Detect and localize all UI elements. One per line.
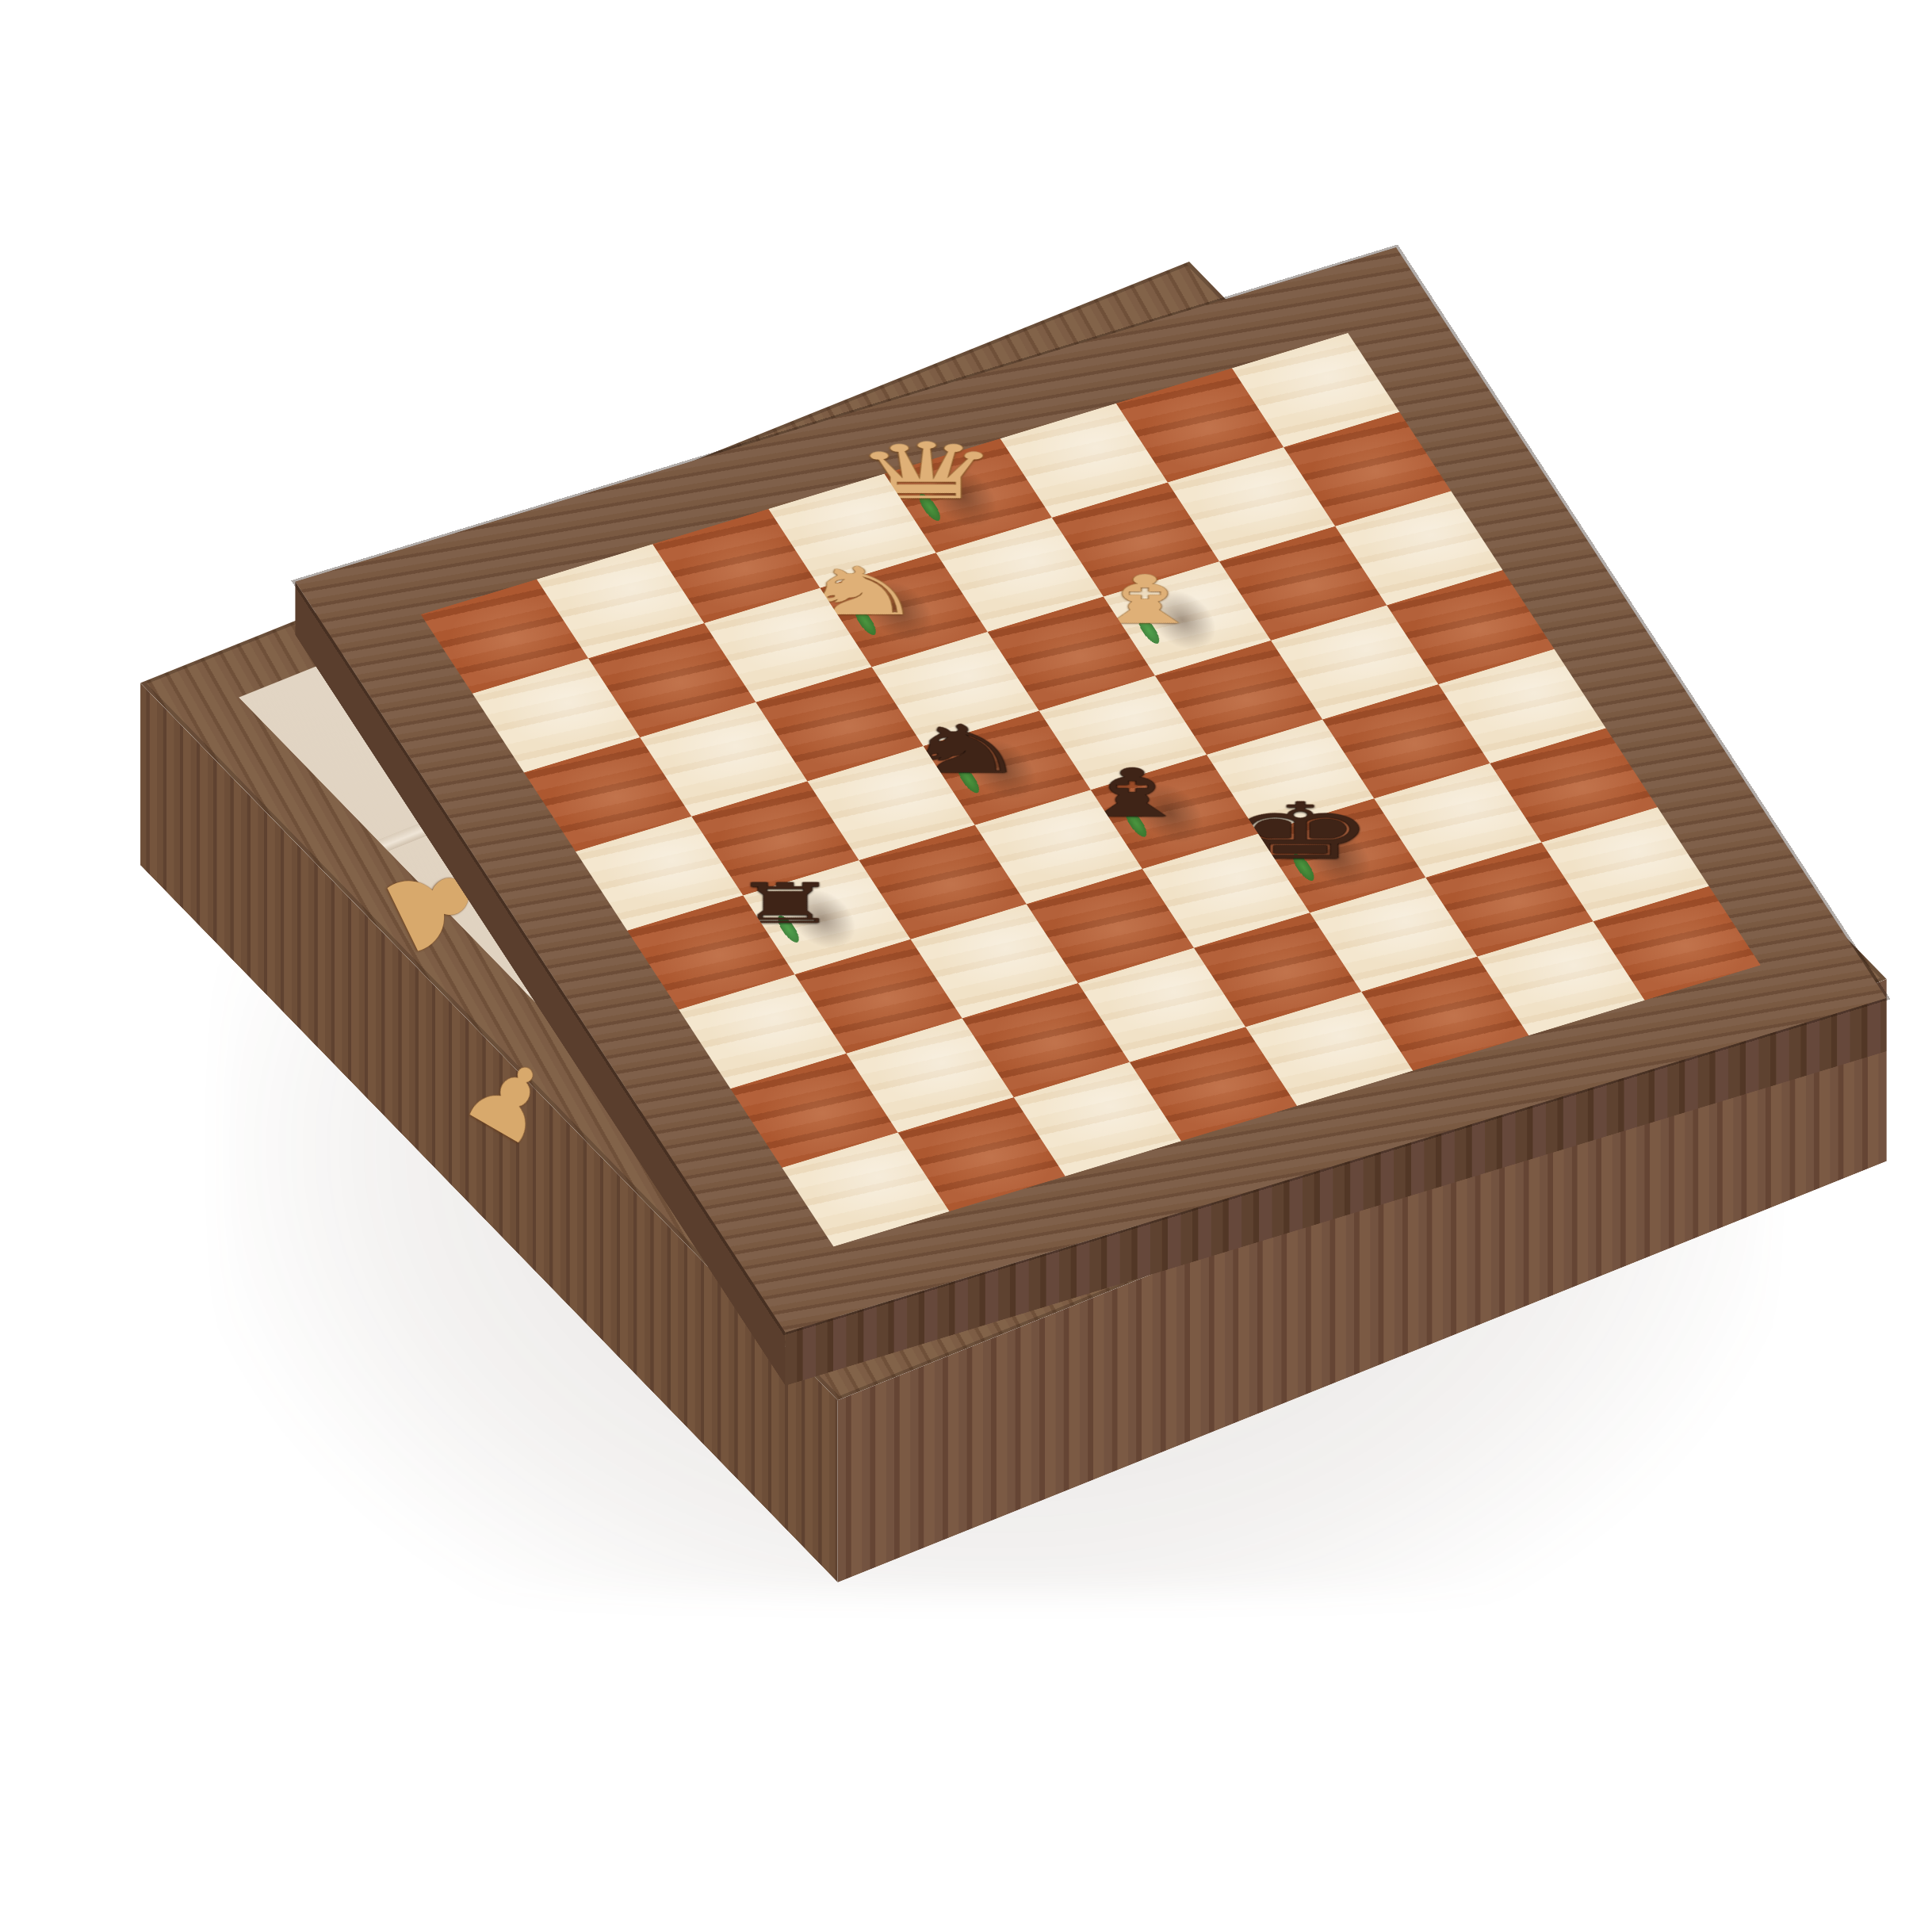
square-h3 [1014, 1062, 1181, 1176]
white-queen: ♛ [851, 434, 1000, 508]
square-h7 [1477, 921, 1644, 1035]
green-felt-base [851, 606, 881, 637]
square-b1 [472, 658, 640, 772]
square-f4 [1027, 869, 1194, 983]
square-g6 [1310, 878, 1477, 992]
square-e2: ♜ [743, 860, 910, 974]
dark-knight-shadow [956, 733, 1049, 806]
square-g7 [1425, 843, 1593, 957]
square-e7 [1322, 684, 1490, 798]
square-f7 [1374, 763, 1541, 878]
green-felt-base [1122, 809, 1151, 839]
white-knight-shadow [853, 575, 946, 648]
square-e1 [627, 895, 794, 1009]
square-c1 [524, 737, 691, 851]
square-h1 [782, 1133, 949, 1247]
square-a8 [1232, 333, 1399, 447]
square-h6 [1361, 957, 1528, 1071]
square-b5 [936, 518, 1104, 632]
square-g8 [1541, 807, 1708, 921]
square-b2 [588, 623, 756, 737]
square-b3 [704, 588, 871, 702]
square-a2 [537, 544, 704, 658]
dark-knight: ♞ [901, 717, 1029, 781]
square-b6 [1052, 483, 1219, 597]
square-d2 [691, 781, 859, 895]
square-g3 [962, 983, 1130, 1097]
dark-bishop: ♝ [1069, 761, 1196, 824]
green-felt-base [774, 914, 803, 944]
square-a1 [421, 580, 588, 694]
square-g1 [730, 1054, 897, 1168]
dark-bishop-shadow [1123, 776, 1216, 850]
square-c6: ♝ [1104, 561, 1271, 675]
square-d3 [807, 746, 974, 860]
square-d4: ♞ [924, 711, 1091, 825]
square-d6 [1155, 641, 1322, 755]
square-f1 [679, 974, 846, 1088]
dark-rook: ♜ [732, 878, 838, 930]
square-a6 [1000, 404, 1168, 518]
green-felt-base [955, 764, 984, 794]
green-felt-base [916, 492, 945, 522]
square-e3 [859, 825, 1026, 939]
square-g2 [846, 1018, 1013, 1132]
white-knight: ♞ [798, 560, 926, 623]
square-c2 [640, 702, 807, 817]
green-felt-base [1134, 615, 1164, 645]
square-c5 [988, 597, 1155, 711]
square-a4 [768, 474, 935, 588]
square-d1 [576, 817, 743, 931]
square-d5 [1039, 675, 1207, 790]
square-d7 [1271, 605, 1438, 719]
square-c4 [872, 632, 1039, 746]
square-c3 [756, 667, 923, 781]
square-a3 [652, 509, 820, 623]
white-queen-shadow [917, 460, 1010, 534]
dark-king: ♚ [1226, 794, 1375, 868]
square-a5: ♛ [885, 438, 1052, 553]
white-bishop: ♝ [1081, 568, 1209, 632]
square-f8 [1490, 728, 1657, 842]
square-h2 [898, 1097, 1065, 1211]
square-h4 [1130, 1027, 1297, 1141]
square-b8 [1284, 412, 1451, 526]
square-c7 [1219, 526, 1387, 641]
square-h5 [1245, 992, 1413, 1106]
square-d8 [1387, 570, 1554, 684]
square-c8 [1335, 491, 1502, 605]
square-f2 [794, 939, 962, 1054]
square-f6: ♚ [1258, 798, 1425, 912]
square-e8 [1438, 649, 1605, 763]
dark-rook-shadow [776, 882, 869, 955]
square-g5 [1194, 912, 1361, 1027]
square-e6 [1207, 720, 1374, 834]
square-a7 [1116, 368, 1284, 482]
green-felt-base [1289, 852, 1318, 882]
square-h8 [1593, 886, 1761, 1000]
chess-box-product-photo: ♟ ♚ ♟ ♝ ♟ ♝♚♛♝♞♞♜ [0, 0, 1932, 1932]
dark-king-shadow [1291, 821, 1383, 894]
square-f3 [911, 904, 1078, 1018]
square-f5 [1142, 834, 1310, 948]
white-bishop-shadow [1136, 583, 1229, 656]
square-b7 [1168, 447, 1335, 561]
square-e4 [975, 790, 1142, 904]
square-g4 [1078, 948, 1245, 1062]
square-b4: ♞ [820, 553, 987, 667]
square-e5: ♝ [1091, 755, 1258, 869]
